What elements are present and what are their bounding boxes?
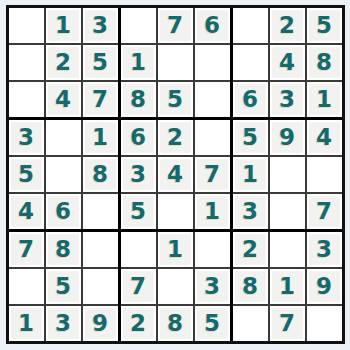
- given-digit: 1: [85, 122, 116, 153]
- cell-r8c4[interactable]: 7: [121, 269, 156, 304]
- cell-r4c2[interactable]: [46, 120, 81, 155]
- given-digit: 2: [123, 308, 154, 339]
- cell-r4c1[interactable]: 3: [9, 120, 44, 155]
- cell-r1c6[interactable]: 6: [195, 8, 230, 43]
- given-digit: 3: [85, 10, 116, 41]
- cell-r6c6[interactable]: 1: [195, 194, 230, 229]
- given-digit: 8: [123, 84, 154, 115]
- cell-r8c1[interactable]: [9, 269, 44, 304]
- cell-r4c3[interactable]: 1: [83, 120, 118, 155]
- cell-r4c8[interactable]: 9: [270, 120, 305, 155]
- cell-r9c6[interactable]: 5: [195, 306, 230, 341]
- given-digit: 5: [11, 159, 42, 190]
- cell-r8c6[interactable]: 3: [195, 269, 230, 304]
- cell-r4c5[interactable]: 2: [158, 120, 193, 155]
- cell-r7c6[interactable]: [195, 232, 230, 267]
- cell-r9c5[interactable]: 8: [158, 306, 193, 341]
- box-4: 315846: [9, 120, 118, 229]
- cell-r8c3[interactable]: [83, 269, 118, 304]
- cell-r4c4[interactable]: 6: [121, 120, 156, 155]
- given-digit: 3: [309, 234, 340, 265]
- cell-r3c6[interactable]: [195, 82, 230, 117]
- given-digit: 5: [48, 271, 79, 302]
- cell-r3c1[interactable]: [9, 82, 44, 117]
- given-digit: 8: [235, 271, 266, 302]
- cell-r9c2[interactable]: 3: [46, 306, 81, 341]
- given-digit: 8: [48, 234, 79, 265]
- cell-r4c6[interactable]: [195, 120, 230, 155]
- box-9: 238197: [233, 232, 342, 341]
- cell-r8c7[interactable]: 8: [233, 269, 268, 304]
- cell-r1c5[interactable]: 7: [158, 8, 193, 43]
- cell-r9c4[interactable]: 2: [121, 306, 156, 341]
- given-digit: 9: [309, 271, 340, 302]
- given-digit: 3: [235, 196, 266, 227]
- given-digit: 2: [235, 234, 266, 265]
- cell-r2c3[interactable]: 5: [83, 45, 118, 80]
- cell-r3c3[interactable]: 7: [83, 82, 118, 117]
- given-digit: 5: [85, 47, 116, 78]
- cell-r9c3[interactable]: 9: [83, 306, 118, 341]
- cell-r2c5[interactable]: [158, 45, 193, 80]
- box-8: 173285: [121, 232, 230, 341]
- given-digit: 1: [272, 271, 303, 302]
- given-digit: 2: [272, 10, 303, 41]
- cell-r5c1[interactable]: 5: [9, 157, 44, 192]
- given-digit: 3: [123, 159, 154, 190]
- cell-r5c3[interactable]: 8: [83, 157, 118, 192]
- cell-r6c2[interactable]: 6: [46, 194, 81, 229]
- given-digit: 4: [309, 122, 340, 153]
- given-digit: 3: [272, 84, 303, 115]
- cell-r8c5[interactable]: [158, 269, 193, 304]
- cell-r8c8[interactable]: 1: [270, 269, 305, 304]
- cell-r6c5[interactable]: [158, 194, 193, 229]
- given-digit: 3: [48, 308, 79, 339]
- cell-r9c9[interactable]: [307, 306, 342, 341]
- given-digit: 7: [272, 308, 303, 339]
- given-digit: 6: [123, 122, 154, 153]
- given-digit: 2: [48, 47, 79, 78]
- cell-r6c7[interactable]: 3: [233, 194, 268, 229]
- cell-r5c2[interactable]: [46, 157, 81, 192]
- box-2: 76185: [121, 8, 230, 117]
- given-digit: 7: [160, 10, 191, 41]
- box-1: 132547: [9, 8, 118, 117]
- cell-r1c3[interactable]: 3: [83, 8, 118, 43]
- given-digit: 7: [85, 84, 116, 115]
- cell-r4c9[interactable]: 4: [307, 120, 342, 155]
- given-digit: 5: [235, 122, 266, 153]
- sudoku-page: 1325477618525486313158466234751594137785…: [0, 0, 350, 344]
- cell-r7c2[interactable]: 8: [46, 232, 81, 267]
- given-digit: 1: [309, 84, 340, 115]
- cell-r2c7[interactable]: [233, 45, 268, 80]
- given-digit: 7: [123, 271, 154, 302]
- cell-r1c8[interactable]: 2: [270, 8, 305, 43]
- given-digit: 7: [309, 196, 340, 227]
- cell-r9c7[interactable]: [233, 306, 268, 341]
- cell-r5c6[interactable]: 7: [195, 157, 230, 192]
- box-7: 785139: [9, 232, 118, 341]
- cell-r3c8[interactable]: 3: [270, 82, 305, 117]
- given-digit: 9: [272, 122, 303, 153]
- given-digit: 8: [160, 308, 191, 339]
- cell-r4c7[interactable]: 5: [233, 120, 268, 155]
- cell-r7c5[interactable]: 1: [158, 232, 193, 267]
- cell-r1c2[interactable]: 1: [46, 8, 81, 43]
- cell-r9c8[interactable]: 7: [270, 306, 305, 341]
- cell-r7c7[interactable]: 2: [233, 232, 268, 267]
- cell-r6c9[interactable]: 7: [307, 194, 342, 229]
- cell-r6c4[interactable]: 5: [121, 194, 156, 229]
- cell-r2c6[interactable]: [195, 45, 230, 80]
- given-digit: 1: [48, 10, 79, 41]
- cell-r5c9[interactable]: [307, 157, 342, 192]
- given-digit: 1: [11, 308, 42, 339]
- cell-r8c2[interactable]: 5: [46, 269, 81, 304]
- cell-r2c8[interactable]: 4: [270, 45, 305, 80]
- given-digit: 9: [85, 308, 116, 339]
- cell-r1c7[interactable]: [233, 8, 268, 43]
- cell-r9c1[interactable]: 1: [9, 306, 44, 341]
- cell-r2c4[interactable]: 1: [121, 45, 156, 80]
- box-5: 6234751: [121, 120, 230, 229]
- given-digit: 1: [197, 196, 228, 227]
- cell-r3c2[interactable]: 4: [46, 82, 81, 117]
- given-digit: 4: [160, 159, 191, 190]
- given-digit: 7: [11, 234, 42, 265]
- given-digit: 6: [48, 196, 79, 227]
- cell-r1c4[interactable]: [121, 8, 156, 43]
- given-digit: 6: [235, 84, 266, 115]
- cell-r5c4[interactable]: 3: [121, 157, 156, 192]
- given-digit: 4: [48, 84, 79, 115]
- box-3: 2548631: [233, 8, 342, 117]
- cell-r7c8[interactable]: [270, 232, 305, 267]
- given-digit: 5: [197, 308, 228, 339]
- given-digit: 5: [123, 196, 154, 227]
- cell-r7c3[interactable]: [83, 232, 118, 267]
- given-digit: 1: [160, 234, 191, 265]
- given-digit: 2: [160, 122, 191, 153]
- cell-r5c8[interactable]: [270, 157, 305, 192]
- given-digit: 7: [197, 159, 228, 190]
- given-digit: 8: [85, 159, 116, 190]
- given-digit: 6: [197, 10, 228, 41]
- given-digit: 3: [11, 122, 42, 153]
- given-digit: 5: [160, 84, 191, 115]
- given-digit: 1: [123, 47, 154, 78]
- cell-r6c3[interactable]: [83, 194, 118, 229]
- cell-r2c9[interactable]: 8: [307, 45, 342, 80]
- cell-r3c7[interactable]: 6: [233, 82, 268, 117]
- cell-r8c9[interactable]: 9: [307, 269, 342, 304]
- cell-r7c1[interactable]: 7: [9, 232, 44, 267]
- cell-r6c8[interactable]: [270, 194, 305, 229]
- given-digit: 3: [197, 271, 228, 302]
- given-digit: 5: [309, 10, 340, 41]
- given-digit: 8: [309, 47, 340, 78]
- given-digit: 4: [272, 47, 303, 78]
- cell-r3c4[interactable]: 8: [121, 82, 156, 117]
- cell-r1c1[interactable]: [9, 8, 44, 43]
- cell-r3c5[interactable]: 5: [158, 82, 193, 117]
- cell-r2c1[interactable]: [9, 45, 44, 80]
- given-digit: 1: [235, 159, 266, 190]
- box-6: 594137: [233, 120, 342, 229]
- given-digit: 4: [11, 196, 42, 227]
- cell-r6c1[interactable]: 4: [9, 194, 44, 229]
- cell-r7c4[interactable]: [121, 232, 156, 267]
- cell-r5c5[interactable]: 4: [158, 157, 193, 192]
- cell-r1c9[interactable]: 5: [307, 8, 342, 43]
- cell-r5c7[interactable]: 1: [233, 157, 268, 192]
- cell-r3c9[interactable]: 1: [307, 82, 342, 117]
- cell-r2c2[interactable]: 2: [46, 45, 81, 80]
- cell-r7c9[interactable]: 3: [307, 232, 342, 267]
- sudoku-board: 1325477618525486313158466234751594137785…: [6, 5, 345, 344]
